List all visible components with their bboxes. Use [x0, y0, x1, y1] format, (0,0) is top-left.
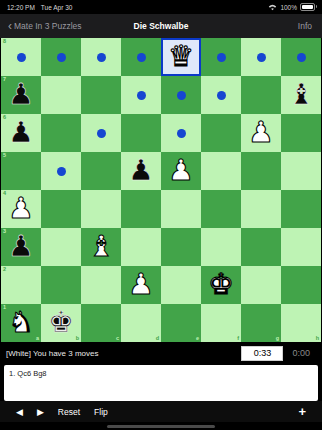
- file-label-a: a: [36, 336, 39, 342]
- square-c8[interactable]: [81, 38, 121, 76]
- next-move-button[interactable]: ▶: [37, 407, 44, 417]
- legal-move-dot: [97, 129, 106, 138]
- square-c4[interactable]: [81, 190, 121, 228]
- black-pawn: ♟: [8, 232, 34, 261]
- black-king: ♚: [48, 308, 74, 337]
- rank-label-6: 6: [3, 115, 6, 121]
- square-h5[interactable]: [281, 152, 321, 190]
- legal-move-dot: [57, 53, 66, 62]
- add-button[interactable]: +: [298, 405, 306, 418]
- square-c6[interactable]: [81, 114, 121, 152]
- move-list[interactable]: 1. Qc6 Bg8: [4, 365, 318, 401]
- status-time: 12:20 PM: [7, 4, 35, 11]
- rank-label-2: 2: [3, 267, 6, 273]
- rank-label-1: 1: [3, 305, 6, 311]
- back-chevron-icon: ‹: [8, 22, 12, 30]
- square-g6[interactable]: ♟: [241, 114, 281, 152]
- file-label-f: f: [237, 336, 239, 342]
- black-pawn: ♟: [8, 80, 34, 109]
- rank-label-5: 5: [3, 153, 6, 159]
- legal-move-dot: [137, 53, 146, 62]
- square-d6[interactable]: [121, 114, 161, 152]
- back-label: Mate In 3 Puzzles: [14, 21, 82, 31]
- rank-label-4: 4: [3, 191, 6, 197]
- secondary-timer: 0:00: [292, 348, 316, 358]
- legal-move-dot: [297, 53, 306, 62]
- white-pawn: ♟: [8, 194, 34, 223]
- square-e7[interactable]: [161, 76, 201, 114]
- file-label-h: h: [316, 336, 319, 342]
- square-d7[interactable]: [121, 76, 161, 114]
- black-bishop: ♝: [288, 80, 314, 109]
- square-e5[interactable]: ♟: [161, 152, 201, 190]
- square-a6[interactable]: 6♟: [1, 114, 41, 152]
- white-pawn: ♟: [248, 118, 274, 147]
- status-bar: 12:20 PM Tue Apr 30 100%: [0, 0, 322, 14]
- square-b5[interactable]: [41, 152, 81, 190]
- square-g4[interactable]: [241, 190, 281, 228]
- white-king: ♚: [208, 270, 234, 299]
- chess-board: 8♛7♟♝6♟♟5♟♟4♟3♟♝2♟♚1a♞b♚cdefgh: [1, 38, 321, 342]
- legal-move-dot: [217, 53, 226, 62]
- file-label-c: c: [116, 336, 119, 342]
- legal-move-dot: [137, 91, 146, 100]
- square-f1[interactable]: f: [201, 304, 241, 342]
- prev-move-button[interactable]: ◀: [16, 407, 23, 417]
- legal-move-dot: [57, 167, 66, 176]
- square-a2[interactable]: 2: [1, 266, 41, 304]
- square-g1[interactable]: g: [241, 304, 281, 342]
- rank-label-7: 7: [3, 77, 6, 83]
- legal-move-dot: [177, 129, 186, 138]
- legal-move-dot: [257, 53, 266, 62]
- legal-move-dot: [97, 53, 106, 62]
- square-e1[interactable]: e: [161, 304, 201, 342]
- rank-label-3: 3: [3, 229, 6, 235]
- file-label-b: b: [76, 336, 79, 342]
- square-c2[interactable]: [81, 266, 121, 304]
- active-timer: 0:33: [241, 346, 283, 361]
- square-f4[interactable]: [201, 190, 241, 228]
- square-h6[interactable]: [281, 114, 321, 152]
- square-d5[interactable]: ♟: [121, 152, 161, 190]
- square-b2[interactable]: [41, 266, 81, 304]
- square-e3[interactable]: [161, 228, 201, 266]
- square-e4[interactable]: [161, 190, 201, 228]
- rank-label-8: 8: [3, 39, 6, 45]
- square-a4[interactable]: 4♟: [1, 190, 41, 228]
- square-d8[interactable]: [121, 38, 161, 76]
- white-pawn: ♟: [128, 270, 154, 299]
- square-c5[interactable]: [81, 152, 121, 190]
- black-pawn: ♟: [128, 156, 154, 185]
- white-pawn: ♟: [168, 156, 194, 185]
- square-b1[interactable]: b♚: [41, 304, 81, 342]
- home-indicator[interactable]: [107, 425, 215, 428]
- square-f8[interactable]: [201, 38, 241, 76]
- square-d2[interactable]: ♟: [121, 266, 161, 304]
- turn-status-text: [White] You have 3 moves: [6, 349, 99, 358]
- square-h8[interactable]: [281, 38, 321, 76]
- square-g2[interactable]: [241, 266, 281, 304]
- square-e2[interactable]: [161, 266, 201, 304]
- square-h7[interactable]: ♝: [281, 76, 321, 114]
- legal-move-dot: [17, 53, 26, 62]
- file-label-e: e: [196, 336, 199, 342]
- reset-button[interactable]: Reset: [58, 407, 80, 417]
- square-g5[interactable]: [241, 152, 281, 190]
- file-label-d: d: [156, 336, 159, 342]
- legal-move-dot: [217, 91, 226, 100]
- wifi-icon: [268, 4, 277, 11]
- square-e6[interactable]: [161, 114, 201, 152]
- flip-button[interactable]: Flip: [94, 407, 108, 417]
- square-g8[interactable]: [241, 38, 281, 76]
- nav-bar: ‹ Mate In 3 Puzzles Die Schwalbe Info: [0, 14, 322, 38]
- black-pawn: ♟: [8, 118, 34, 147]
- square-f3[interactable]: [201, 228, 241, 266]
- square-c7[interactable]: [81, 76, 121, 114]
- square-g3[interactable]: [241, 228, 281, 266]
- game-status-row: [White] You have 3 moves 0:33 0:00: [0, 342, 322, 364]
- battery-icon: [300, 3, 315, 11]
- square-a5[interactable]: 5: [1, 152, 41, 190]
- file-label-g: g: [276, 336, 279, 342]
- square-f7[interactable]: [201, 76, 241, 114]
- legal-move-dot: [177, 91, 186, 100]
- square-c1[interactable]: c: [81, 304, 121, 342]
- square-d4[interactable]: [121, 190, 161, 228]
- square-h2[interactable]: [281, 266, 321, 304]
- info-button[interactable]: Info: [298, 21, 322, 31]
- square-d1[interactable]: d: [121, 304, 161, 342]
- square-e8[interactable]: ♛: [161, 38, 201, 76]
- square-b7[interactable]: [41, 76, 81, 114]
- square-a7[interactable]: 7♟: [1, 76, 41, 114]
- square-b3[interactable]: [41, 228, 81, 266]
- white-knight: ♞: [8, 308, 34, 337]
- status-date: Tue Apr 30: [41, 4, 73, 11]
- white-bishop: ♝: [88, 232, 114, 261]
- white-queen: ♛: [168, 42, 194, 71]
- square-b4[interactable]: [41, 190, 81, 228]
- bottom-toolbar: ◀ ▶ Reset Flip +: [0, 401, 322, 422]
- square-h3[interactable]: [281, 228, 321, 266]
- square-b8[interactable]: [41, 38, 81, 76]
- square-d3[interactable]: [121, 228, 161, 266]
- square-f6[interactable]: [201, 114, 241, 152]
- square-f2[interactable]: ♚: [201, 266, 241, 304]
- square-h1[interactable]: h: [281, 304, 321, 342]
- square-g7[interactable]: [241, 76, 281, 114]
- square-c3[interactable]: ♝: [81, 228, 121, 266]
- square-a3[interactable]: 3♟: [1, 228, 41, 266]
- square-a1[interactable]: 1a♞: [1, 304, 41, 342]
- square-b6[interactable]: [41, 114, 81, 152]
- square-a8[interactable]: 8: [1, 38, 41, 76]
- back-button[interactable]: ‹ Mate In 3 Puzzles: [0, 21, 82, 31]
- square-h4[interactable]: [281, 190, 321, 228]
- battery-percent: 100%: [280, 4, 297, 11]
- square-f5[interactable]: [201, 152, 241, 190]
